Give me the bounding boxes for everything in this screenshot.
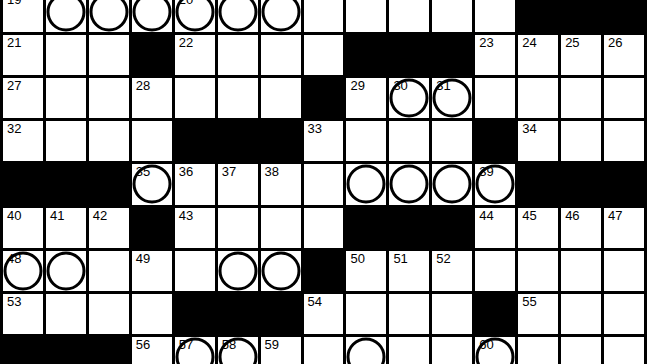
circle-marker [46, 251, 85, 290]
clue-number: 53 [7, 295, 21, 309]
cell-r3c5 [218, 121, 258, 161]
cell-r2c5[interactable] [218, 78, 258, 118]
cell-r8c7[interactable] [304, 337, 344, 364]
cell-r5c1[interactable]: 41 [46, 208, 86, 248]
cell-r5c11[interactable]: 44 [475, 208, 515, 248]
cell-r5c5[interactable] [218, 208, 258, 248]
clue-number: 58 [222, 338, 236, 352]
circle-marker [347, 337, 386, 364]
cell-r7c0[interactable]: 53 [3, 294, 43, 334]
cell-r0c2[interactable] [89, 0, 129, 32]
cell-r8c3[interactable]: 56 [132, 337, 172, 364]
cell-r4c6[interactable]: 38 [261, 164, 301, 204]
cell-r6c4[interactable] [175, 251, 215, 291]
cell-r6c1[interactable] [46, 251, 86, 291]
cell-r3c7[interactable]: 33 [304, 121, 344, 161]
clue-number: 34 [522, 122, 536, 136]
crossword-board: 1920212223242526272829303132333435363738… [0, 0, 647, 364]
clue-number: 52 [436, 252, 450, 266]
circle-marker [261, 251, 300, 290]
cell-r6c6[interactable] [261, 251, 301, 291]
cell-r2c6[interactable] [261, 78, 301, 118]
clue-number: 32 [7, 122, 21, 136]
cell-r4c14 [604, 164, 644, 204]
cell-r3c11 [475, 121, 515, 161]
cell-r0c9[interactable] [389, 0, 429, 32]
cell-r3c3[interactable] [132, 121, 172, 161]
cell-r4c5[interactable]: 37 [218, 164, 258, 204]
clue-number: 55 [522, 295, 536, 309]
clue-number: 25 [565, 36, 579, 50]
cell-r1c7[interactable] [304, 35, 344, 75]
circle-marker [433, 165, 472, 204]
cell-r4c3[interactable]: 35 [132, 164, 172, 204]
cell-r0c0[interactable]: 19 [3, 0, 43, 32]
cell-r1c13[interactable]: 25 [561, 35, 601, 75]
cell-r5c9 [389, 208, 429, 248]
cell-r2c1[interactable] [46, 78, 86, 118]
cell-r8c8[interactable] [346, 337, 386, 364]
cell-r3c6 [261, 121, 301, 161]
clue-number: 50 [350, 252, 364, 266]
clue-number: 39 [479, 165, 493, 179]
clue-number: 28 [136, 79, 150, 93]
cell-r1c8 [346, 35, 386, 75]
cell-r8c4[interactable]: 57 [175, 337, 215, 364]
cell-r3c0[interactable]: 32 [3, 121, 43, 161]
cell-r6c0[interactable]: 48 [3, 251, 43, 291]
cell-r6c7 [304, 251, 344, 291]
circle-marker [218, 0, 257, 32]
clue-number: 35 [136, 165, 150, 179]
clue-number: 59 [265, 338, 279, 352]
cell-r3c14[interactable] [604, 121, 644, 161]
cell-r1c10 [432, 35, 472, 75]
cell-r6c9[interactable]: 51 [389, 251, 429, 291]
crossword-viewport: 1920212223242526272829303132333435363738… [0, 0, 647, 364]
circle-marker [261, 0, 300, 32]
cell-r2c11[interactable] [475, 78, 515, 118]
cell-r7c13[interactable] [561, 294, 601, 334]
cell-r8c5[interactable]: 58 [218, 337, 258, 364]
cell-r3c9[interactable] [389, 121, 429, 161]
cell-r2c12[interactable] [518, 78, 558, 118]
cell-r6c5[interactable] [218, 251, 258, 291]
cell-r1c12[interactable]: 24 [518, 35, 558, 75]
cell-r4c1 [46, 164, 86, 204]
circle-marker [89, 0, 128, 32]
cell-r8c12[interactable] [518, 337, 558, 364]
circle-marker [347, 165, 386, 204]
cell-r7c11 [475, 294, 515, 334]
clue-number: 21 [7, 36, 21, 50]
cell-r4c4[interactable]: 36 [175, 164, 215, 204]
clue-number: 38 [265, 165, 279, 179]
cell-r5c10 [432, 208, 472, 248]
cell-r5c4[interactable]: 43 [175, 208, 215, 248]
cell-r2c7 [304, 78, 344, 118]
clue-number: 22 [179, 36, 193, 50]
cell-r0c11[interactable] [475, 0, 515, 32]
clue-number: 47 [608, 209, 622, 223]
cell-r0c5[interactable] [218, 0, 258, 32]
cell-r7c4 [175, 294, 215, 334]
clue-number: 27 [7, 79, 21, 93]
circle-marker [132, 0, 171, 32]
clue-number: 56 [136, 338, 150, 352]
cell-r6c3[interactable]: 49 [132, 251, 172, 291]
cell-r0c14 [604, 0, 644, 32]
cell-r4c10[interactable] [432, 164, 472, 204]
cell-r2c2[interactable] [89, 78, 129, 118]
cell-r1c11[interactable]: 23 [475, 35, 515, 75]
cell-r3c12[interactable]: 34 [518, 121, 558, 161]
clue-number: 45 [522, 209, 536, 223]
cell-r7c7[interactable]: 54 [304, 294, 344, 334]
cell-r1c6[interactable] [261, 35, 301, 75]
cell-r1c5[interactable] [218, 35, 258, 75]
clue-number: 42 [93, 209, 107, 223]
cell-r6c2[interactable] [89, 251, 129, 291]
clue-number: 54 [308, 295, 322, 309]
cell-r0c3[interactable] [132, 0, 172, 32]
cell-r5c6[interactable] [261, 208, 301, 248]
clue-number: 31 [436, 79, 450, 93]
cell-r5c2[interactable]: 42 [89, 208, 129, 248]
cell-r8c1 [46, 337, 86, 364]
clue-number: 44 [479, 209, 493, 223]
clue-number: 26 [608, 36, 622, 50]
cell-r6c14[interactable] [604, 251, 644, 291]
clue-number: 23 [479, 36, 493, 50]
cell-r2c8[interactable]: 29 [346, 78, 386, 118]
clue-number: 37 [222, 165, 236, 179]
cell-r4c7[interactable] [304, 164, 344, 204]
cell-r7c5 [218, 294, 258, 334]
cell-r1c9 [389, 35, 429, 75]
clue-number: 60 [479, 338, 493, 352]
cell-r7c1[interactable] [46, 294, 86, 334]
cell-r8c6[interactable]: 59 [261, 337, 301, 364]
cell-r1c2[interactable] [89, 35, 129, 75]
cell-r4c13 [561, 164, 601, 204]
clue-number: 40 [7, 209, 21, 223]
clue-number: 33 [308, 122, 322, 136]
cell-r0c12 [518, 0, 558, 32]
cell-r2c0[interactable]: 27 [3, 78, 43, 118]
cell-r3c1[interactable] [46, 121, 86, 161]
cell-r0c8[interactable] [346, 0, 386, 32]
cell-r7c10[interactable] [432, 294, 472, 334]
cell-r6c11[interactable] [475, 251, 515, 291]
clue-number: 43 [179, 209, 193, 223]
cell-r5c12[interactable]: 45 [518, 208, 558, 248]
clue-number: 51 [393, 252, 407, 266]
clue-number: 36 [179, 165, 193, 179]
cell-r1c1[interactable] [46, 35, 86, 75]
cell-r3c13[interactable] [561, 121, 601, 161]
cell-r4c0 [3, 164, 43, 204]
cell-r4c2 [89, 164, 129, 204]
cell-r6c13[interactable] [561, 251, 601, 291]
clue-number: 41 [50, 209, 64, 223]
cell-r1c4[interactable]: 22 [175, 35, 215, 75]
cell-r8c11[interactable]: 60 [475, 337, 515, 364]
cell-r7c2[interactable] [89, 294, 129, 334]
cell-r4c12 [518, 164, 558, 204]
cell-r2c9[interactable]: 30 [389, 78, 429, 118]
clue-number: 30 [393, 79, 407, 93]
cell-r3c10[interactable] [432, 121, 472, 161]
cell-r8c9[interactable] [389, 337, 429, 364]
clue-number: 57 [179, 338, 193, 352]
cell-r5c7[interactable] [304, 208, 344, 248]
cell-r7c3[interactable] [132, 294, 172, 334]
cell-r3c4 [175, 121, 215, 161]
cell-r1c0[interactable]: 21 [3, 35, 43, 75]
cell-r1c3 [132, 35, 172, 75]
cell-r8c13[interactable] [561, 337, 601, 364]
cell-r2c3[interactable]: 28 [132, 78, 172, 118]
cell-r3c8[interactable] [346, 121, 386, 161]
clue-number: 29 [350, 79, 364, 93]
cell-r3c2[interactable] [89, 121, 129, 161]
cell-r0c10[interactable] [432, 0, 472, 32]
cell-r2c10[interactable]: 31 [432, 78, 472, 118]
cell-r7c6 [261, 294, 301, 334]
cell-r6c12[interactable] [518, 251, 558, 291]
cell-r4c8[interactable] [346, 164, 386, 204]
cell-r5c13[interactable]: 46 [561, 208, 601, 248]
cell-r0c4[interactable]: 20 [175, 0, 215, 32]
clue-number: 19 [7, 0, 21, 7]
cell-r0c13 [561, 0, 601, 32]
cell-r0c7[interactable] [304, 0, 344, 32]
circle-marker [218, 251, 257, 290]
cell-r2c4[interactable] [175, 78, 215, 118]
cell-r7c8[interactable] [346, 294, 386, 334]
cell-r8c10[interactable] [432, 337, 472, 364]
cell-r7c14[interactable] [604, 294, 644, 334]
cell-r8c14[interactable] [604, 337, 644, 364]
cell-r4c11[interactable]: 39 [475, 164, 515, 204]
circle-marker [46, 0, 85, 32]
cell-r0c1[interactable] [46, 0, 86, 32]
cell-r5c3 [132, 208, 172, 248]
clue-number: 46 [565, 209, 579, 223]
cell-r5c14[interactable]: 47 [604, 208, 644, 248]
cell-r8c0 [3, 337, 43, 364]
cell-r8c2 [89, 337, 129, 364]
clue-number: 48 [7, 252, 21, 266]
cell-r7c9[interactable] [389, 294, 429, 334]
clue-number: 49 [136, 252, 150, 266]
circle-marker [390, 165, 429, 204]
cell-r2c13[interactable] [561, 78, 601, 118]
cell-r5c8 [346, 208, 386, 248]
cell-r6c8[interactable]: 50 [346, 251, 386, 291]
cell-r7c12[interactable]: 55 [518, 294, 558, 334]
cell-r1c14[interactable]: 26 [604, 35, 644, 75]
cell-r6c10[interactable]: 52 [432, 251, 472, 291]
cell-r4c9[interactable] [389, 164, 429, 204]
clue-number: 20 [179, 0, 193, 7]
cell-r5c0[interactable]: 40 [3, 208, 43, 248]
cell-r2c14[interactable] [604, 78, 644, 118]
clue-number: 24 [522, 36, 536, 50]
cell-r0c6[interactable] [261, 0, 301, 32]
